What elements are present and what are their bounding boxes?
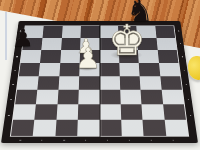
square-g1: [143, 120, 166, 136]
square-g2: [142, 105, 165, 120]
square-c3: [57, 90, 79, 105]
square-f4: [120, 76, 141, 90]
square-f5: [119, 63, 140, 76]
square-h1: [164, 120, 188, 136]
square-h7: [156, 38, 177, 50]
square-d5: [79, 63, 99, 76]
square-c2: [56, 105, 78, 120]
square-f3: [120, 90, 142, 105]
square-e3: [100, 90, 121, 105]
square-b8: [43, 26, 63, 38]
square-e5: [100, 63, 120, 76]
square-a1: [11, 120, 35, 136]
square-g7: [137, 38, 157, 50]
paper-edge-line: [5, 12, 7, 60]
square-g3: [141, 90, 163, 105]
square-a2: [13, 105, 36, 120]
square-e2: [100, 105, 122, 120]
square-e4: [100, 76, 121, 90]
square-f2: [121, 105, 143, 120]
square-c1: [55, 120, 78, 136]
square-a6: [21, 50, 42, 63]
square-e1: [100, 120, 122, 136]
square-d8: [81, 26, 100, 38]
square-f6: [119, 50, 139, 63]
square-d3: [78, 90, 99, 105]
square-d6: [80, 50, 100, 63]
square-g5: [139, 63, 160, 76]
square-e7: [100, 38, 119, 50]
square-a4: [17, 76, 39, 90]
square-d1: [77, 120, 99, 136]
square-b7: [42, 38, 62, 50]
square-b6: [40, 50, 61, 63]
square-h4: [160, 76, 182, 90]
frame-coordinate-marks-bottom: [19, 139, 180, 140]
square-g8: [137, 26, 157, 38]
square-e6: [100, 50, 120, 63]
square-b2: [35, 105, 58, 120]
square-b3: [36, 90, 58, 105]
square-b1: [33, 120, 56, 136]
square-d4: [79, 76, 100, 90]
square-c4: [58, 76, 79, 90]
square-c6: [60, 50, 80, 63]
photo-scene: ♟♟♟♚♞: [0, 0, 200, 150]
square-f7: [118, 38, 138, 50]
square-a5: [19, 63, 40, 76]
square-h6: [157, 50, 178, 63]
chessboard: [1, 21, 198, 143]
square-h2: [163, 105, 186, 120]
square-a8: [24, 26, 44, 38]
square-h8: [155, 26, 175, 38]
square-c5: [59, 63, 80, 76]
square-d7: [80, 38, 99, 50]
square-d2: [78, 105, 100, 120]
square-c8: [62, 26, 81, 38]
square-f1: [121, 120, 144, 136]
square-c7: [61, 38, 81, 50]
square-a3: [15, 90, 38, 105]
square-e8: [100, 26, 119, 38]
square-f8: [118, 26, 137, 38]
square-b4: [38, 76, 60, 90]
square-g6: [138, 50, 159, 63]
square-h5: [159, 63, 180, 76]
square-a7: [22, 38, 43, 50]
square-g4: [140, 76, 162, 90]
board-fold-seam: [99, 25, 101, 136]
square-h3: [161, 90, 184, 105]
square-b5: [39, 63, 60, 76]
board-frame: [1, 21, 198, 143]
